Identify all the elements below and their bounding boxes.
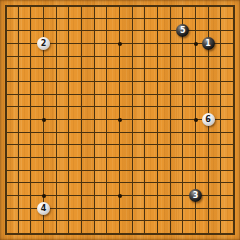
go-board[interactable]: 123456 (0, 0, 240, 240)
star-point (42, 118, 46, 122)
stone-white-6: 6 (202, 113, 215, 126)
stone-number: 6 (205, 113, 211, 126)
stone-black-3: 3 (189, 189, 202, 202)
stone-number: 4 (41, 202, 47, 215)
stone-number: 2 (41, 37, 47, 50)
star-point (194, 118, 198, 122)
stone-black-1: 1 (202, 37, 215, 50)
star-point (118, 118, 122, 122)
star-point (42, 194, 46, 198)
stone-number: 3 (193, 189, 199, 202)
stone-white-2: 2 (37, 37, 50, 50)
stone-number: 1 (205, 37, 211, 50)
star-point (118, 42, 122, 46)
star-point (194, 42, 198, 46)
star-point (118, 194, 122, 198)
stone-white-4: 4 (37, 202, 50, 215)
stone-number: 5 (180, 24, 186, 37)
